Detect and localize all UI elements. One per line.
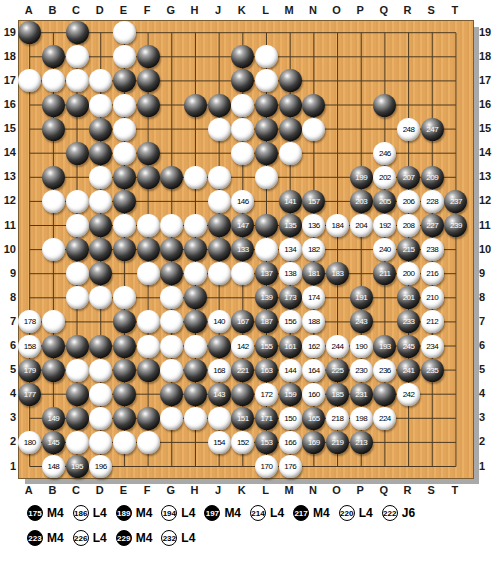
stone-black[interactable]: 169 — [302, 431, 325, 454]
stone-white[interactable] — [42, 190, 65, 213]
stone-black[interactable] — [160, 383, 183, 406]
stone-white[interactable]: 234 — [421, 335, 444, 358]
caption-white-disc: 194 — [161, 505, 177, 521]
stone-black[interactable] — [113, 359, 136, 382]
stone-white[interactable]: 178 — [18, 310, 41, 333]
stone-white[interactable] — [160, 407, 183, 430]
caption-white-disc: 222 — [382, 505, 398, 521]
stone-white[interactable] — [89, 383, 112, 406]
coord-label-left: 18 — [0, 50, 16, 62]
move-number: 238 — [421, 238, 444, 261]
stone-white[interactable] — [231, 94, 254, 117]
caption-point-label: J6 — [402, 506, 415, 520]
move-number: 135 — [279, 214, 302, 237]
move-number: 196 — [89, 455, 112, 478]
stone-white[interactable]: 190 — [350, 335, 373, 358]
stone-black[interactable] — [184, 383, 207, 406]
stone-black[interactable] — [255, 214, 278, 237]
stone-black[interactable] — [137, 407, 160, 430]
stone-white[interactable] — [137, 214, 160, 237]
coord-label-bottom: N — [301, 484, 325, 496]
stone-black[interactable]: 199 — [350, 166, 373, 189]
stone-white[interactable]: 216 — [421, 262, 444, 285]
stone-black[interactable] — [66, 238, 89, 261]
stone-white[interactable]: 202 — [373, 166, 396, 189]
stone-black[interactable]: 237 — [444, 190, 467, 213]
stone-black[interactable] — [113, 383, 136, 406]
stone-black[interactable]: 153 — [255, 431, 278, 454]
stone-black[interactable]: 185 — [326, 383, 349, 406]
stone-black[interactable] — [208, 214, 231, 237]
coord-label-top: J — [206, 4, 230, 16]
stone-black[interactable] — [66, 383, 89, 406]
stone-white[interactable]: 184 — [326, 214, 349, 237]
stone-black[interactable] — [113, 407, 136, 430]
stone-white[interactable]: 146 — [231, 190, 254, 213]
stone-white[interactable]: 172 — [255, 383, 278, 406]
stone-white[interactable] — [89, 190, 112, 213]
stone-white[interactable] — [66, 359, 89, 382]
stone-black[interactable] — [184, 359, 207, 382]
coord-label-right: 10 — [479, 243, 499, 255]
caption-move: 223M4 — [27, 530, 64, 546]
stone-black[interactable]: 139 — [255, 286, 278, 309]
stone-black[interactable] — [208, 238, 231, 261]
move-number: 199 — [350, 166, 373, 189]
stone-black[interactable]: 205 — [373, 190, 396, 213]
stone-white[interactable]: 210 — [421, 286, 444, 309]
stone-black[interactable] — [231, 383, 254, 406]
move-number: 244 — [326, 335, 349, 358]
stone-white[interactable] — [255, 238, 278, 261]
coord-label-bottom: F — [135, 484, 159, 496]
caption-black-disc: 175 — [27, 505, 43, 521]
stone-white[interactable]: 240 — [373, 238, 396, 261]
stone-white[interactable]: 192 — [373, 214, 396, 237]
move-number: 203 — [350, 190, 373, 213]
stone-white[interactable] — [113, 118, 136, 141]
move-number: 184 — [326, 214, 349, 237]
move-number: 180 — [18, 431, 41, 454]
stone-black[interactable]: 179 — [18, 359, 41, 382]
stone-black[interactable]: 235 — [421, 359, 444, 382]
move-number: 192 — [373, 214, 396, 237]
stone-black[interactable] — [113, 190, 136, 213]
stone-black[interactable]: 149 — [42, 407, 65, 430]
stone-white[interactable] — [89, 94, 112, 117]
stone-white[interactable]: 152 — [231, 431, 254, 454]
stone-black[interactable]: 225 — [326, 359, 349, 382]
move-number: 167 — [231, 310, 254, 333]
coord-label-right: 14 — [479, 146, 499, 158]
move-number: 162 — [302, 335, 325, 358]
move-number: 154 — [208, 431, 231, 454]
stone-black[interactable]: 187 — [255, 310, 278, 333]
move-number: 221 — [231, 359, 254, 382]
stone-black[interactable]: 183 — [326, 262, 349, 285]
stone-black[interactable] — [66, 407, 89, 430]
stone-white[interactable] — [137, 262, 160, 285]
move-number: 242 — [397, 383, 420, 406]
stone-black[interactable]: 155 — [255, 335, 278, 358]
stone-black[interactable] — [160, 166, 183, 189]
stone-black[interactable]: 133 — [231, 238, 254, 261]
move-number: 193 — [373, 335, 396, 358]
coord-label-right: 13 — [479, 170, 499, 182]
stone-white[interactable]: 140 — [208, 310, 231, 333]
stone-white[interactable] — [184, 214, 207, 237]
stone-white[interactable] — [279, 142, 302, 165]
move-number: 181 — [302, 262, 325, 285]
stone-white[interactable] — [184, 262, 207, 285]
stone-black[interactable] — [255, 94, 278, 117]
stone-white[interactable]: 236 — [373, 359, 396, 382]
stone-black[interactable] — [89, 118, 112, 141]
coord-label-right: 6 — [479, 339, 499, 351]
stone-white[interactable] — [231, 142, 254, 165]
stone-white[interactable] — [208, 118, 231, 141]
stone-white[interactable] — [208, 262, 231, 285]
stone-black[interactable] — [373, 383, 396, 406]
stone-black[interactable]: 203 — [350, 190, 373, 213]
stone-white[interactable]: 156 — [279, 310, 302, 333]
stone-black[interactable]: 181 — [302, 262, 325, 285]
stone-white[interactable]: 166 — [279, 431, 302, 454]
move-number: 170 — [255, 455, 278, 478]
caption-move: 229M4 — [116, 530, 153, 546]
stone-white[interactable]: 168 — [208, 359, 231, 382]
stone-white[interactable]: 176 — [279, 455, 302, 478]
stone-white[interactable]: 158 — [18, 335, 41, 358]
coord-label-left: 2 — [0, 435, 16, 447]
stone-black[interactable]: 147 — [231, 214, 254, 237]
stone-white[interactable] — [89, 166, 112, 189]
coord-label-top: G — [159, 4, 183, 16]
stone-white[interactable]: 242 — [397, 383, 420, 406]
stone-white[interactable]: 160 — [302, 383, 325, 406]
coord-label-top: T — [443, 4, 467, 16]
stone-black[interactable]: 201 — [397, 286, 420, 309]
stone-white[interactable]: 136 — [302, 214, 325, 237]
stone-white[interactable]: 228 — [421, 190, 444, 213]
move-number: 169 — [302, 431, 325, 454]
stone-white[interactable]: 212 — [421, 310, 444, 333]
stone-black[interactable]: 215 — [397, 238, 420, 261]
stone-white[interactable] — [208, 190, 231, 213]
stone-white[interactable] — [208, 407, 231, 430]
caption-move: 197M4 — [204, 505, 241, 521]
stone-white[interactable]: 238 — [421, 238, 444, 261]
stone-black[interactable]: 241 — [397, 359, 420, 382]
move-number: 137 — [255, 262, 278, 285]
stone-white[interactable]: 200 — [397, 262, 420, 285]
coord-label-right: 19 — [479, 26, 499, 38]
stone-black[interactable]: 233 — [397, 310, 420, 333]
caption-move: 214L4 — [250, 505, 284, 521]
move-number: 198 — [350, 407, 373, 430]
stone-white[interactable]: 138 — [279, 262, 302, 285]
stone-white[interactable] — [231, 118, 254, 141]
stone-black[interactable]: 193 — [373, 335, 396, 358]
stone-white[interactable] — [137, 431, 160, 454]
move-number: 235 — [421, 359, 444, 382]
stone-white[interactable]: 154 — [208, 431, 231, 454]
stone-white[interactable]: 144 — [279, 359, 302, 382]
stone-white[interactable] — [137, 310, 160, 333]
stone-black[interactable] — [208, 335, 231, 358]
stone-black[interactable] — [208, 94, 231, 117]
stone-white[interactable] — [66, 286, 89, 309]
stone-black[interactable]: 221 — [231, 359, 254, 382]
move-number: 218 — [326, 407, 349, 430]
stone-black[interactable] — [42, 359, 65, 382]
stone-white[interactable] — [113, 94, 136, 117]
coord-label-top: B — [40, 4, 64, 16]
stone-black[interactable]: 145 — [42, 431, 65, 454]
caption-black-disc: 217 — [293, 505, 309, 521]
stone-black[interactable]: 159 — [279, 383, 302, 406]
coord-label-bottom: S — [419, 484, 443, 496]
stone-white[interactable] — [113, 431, 136, 454]
stone-white[interactable] — [89, 359, 112, 382]
stone-white[interactable] — [89, 431, 112, 454]
move-number: 182 — [302, 238, 325, 261]
caption-white-disc: 226 — [73, 530, 89, 546]
stone-black[interactable] — [302, 94, 325, 117]
stone-black[interactable] — [113, 166, 136, 189]
stone-black[interactable] — [184, 238, 207, 261]
stone-white[interactable]: 230 — [350, 359, 373, 382]
coord-label-left: 12 — [0, 194, 16, 206]
stone-white[interactable] — [66, 262, 89, 285]
stone-black[interactable] — [113, 335, 136, 358]
stone-white[interactable]: 198 — [350, 407, 373, 430]
stone-black[interactable] — [279, 94, 302, 117]
stone-white[interactable]: 162 — [302, 335, 325, 358]
caption-point-label: M4 — [313, 506, 330, 520]
stone-black[interactable] — [279, 69, 302, 92]
stone-black[interactable] — [66, 94, 89, 117]
stone-black[interactable] — [42, 335, 65, 358]
stone-black[interactable]: 163 — [255, 359, 278, 382]
coord-label-left: 15 — [0, 122, 16, 134]
coord-label-left: 17 — [0, 74, 16, 86]
stone-black[interactable] — [42, 94, 65, 117]
stone-black[interactable] — [137, 45, 160, 68]
coord-label-bottom: C — [64, 484, 88, 496]
move-number: 155 — [255, 335, 278, 358]
stone-black[interactable] — [255, 118, 278, 141]
move-number: 243 — [350, 310, 373, 333]
stone-black[interactable]: 239 — [444, 214, 467, 237]
stone-black[interactable]: 173 — [279, 286, 302, 309]
stone-white[interactable]: 150 — [279, 407, 302, 430]
stone-black[interactable]: 219 — [326, 431, 349, 454]
stone-white[interactable] — [302, 118, 325, 141]
stone-black[interactable] — [137, 142, 160, 165]
stone-black[interactable]: 195 — [66, 455, 89, 478]
caption-move: 232L4 — [161, 530, 195, 546]
stone-black[interactable]: 209 — [421, 166, 444, 189]
stone-black[interactable]: 167 — [231, 310, 254, 333]
stone-black[interactable] — [89, 142, 112, 165]
stone-black[interactable]: 211 — [373, 262, 396, 285]
stone-black[interactable]: 207 — [397, 166, 420, 189]
coord-label-top: E — [111, 4, 135, 16]
move-number: 227 — [421, 214, 444, 237]
stone-black[interactable]: 177 — [18, 383, 41, 406]
stone-black[interactable] — [66, 21, 89, 44]
stone-black[interactable] — [184, 94, 207, 117]
move-number: 161 — [279, 335, 302, 358]
stone-white[interactable] — [184, 335, 207, 358]
coord-label-right: 15 — [479, 122, 499, 134]
stone-white[interactable]: 224 — [373, 407, 396, 430]
stone-white[interactable]: 182 — [302, 238, 325, 261]
move-number: 163 — [255, 359, 278, 382]
go-board[interactable]: 2482472461992022072091461411572032052062… — [18, 20, 474, 479]
coord-label-left: 1 — [0, 460, 16, 472]
move-number: 166 — [279, 431, 302, 454]
coord-label-left: 11 — [0, 219, 16, 231]
move-number: 159 — [279, 383, 302, 406]
stone-white[interactable]: 188 — [302, 310, 325, 333]
stone-white[interactable]: 148 — [42, 455, 65, 478]
stone-black[interactable] — [255, 142, 278, 165]
move-number: 236 — [373, 359, 396, 382]
caption-point-label: L4 — [181, 506, 195, 520]
stone-white[interactable] — [184, 166, 207, 189]
stone-white[interactable] — [113, 214, 136, 237]
stone-white[interactable]: 244 — [326, 335, 349, 358]
coord-label-left: 14 — [0, 146, 16, 158]
coord-label-left: 4 — [0, 387, 16, 399]
move-number: 140 — [208, 310, 231, 333]
move-number: 146 — [231, 190, 254, 213]
stone-white[interactable] — [184, 407, 207, 430]
stone-black[interactable]: 157 — [302, 190, 325, 213]
coord-label-left: 5 — [0, 363, 16, 375]
stone-white[interactable] — [66, 190, 89, 213]
stone-black[interactable] — [137, 166, 160, 189]
stone-black[interactable]: 135 — [279, 214, 302, 237]
stone-black[interactable] — [66, 142, 89, 165]
stone-white[interactable]: 218 — [326, 407, 349, 430]
stone-black[interactable] — [137, 69, 160, 92]
stone-black[interactable]: 245 — [397, 335, 420, 358]
caption-point-label: M4 — [136, 506, 153, 520]
stone-black[interactable] — [373, 94, 396, 117]
move-number: 171 — [255, 407, 278, 430]
stone-white[interactable]: 142 — [231, 335, 254, 358]
stone-black[interactable]: 151 — [231, 407, 254, 430]
stone-black[interactable] — [42, 118, 65, 141]
stone-white[interactable]: 134 — [279, 238, 302, 261]
stone-white[interactable] — [160, 359, 183, 382]
stone-black[interactable] — [137, 359, 160, 382]
stone-white[interactable]: 248 — [397, 118, 420, 141]
stone-black[interactable] — [89, 335, 112, 358]
stone-black[interactable]: 227 — [421, 214, 444, 237]
move-number: 179 — [18, 359, 41, 382]
move-number: 237 — [444, 190, 467, 213]
stone-white[interactable] — [208, 166, 231, 189]
stone-white[interactable] — [137, 335, 160, 358]
stone-black[interactable] — [279, 118, 302, 141]
move-number: 152 — [231, 431, 254, 454]
move-number: 190 — [350, 335, 373, 358]
move-number: 164 — [302, 359, 325, 382]
caption-black-disc: 229 — [116, 530, 132, 546]
stone-black[interactable] — [137, 94, 160, 117]
coord-label-right: 2 — [479, 435, 499, 447]
stone-white[interactable] — [42, 238, 65, 261]
stone-white[interactable]: 164 — [302, 359, 325, 382]
stone-black[interactable]: 247 — [421, 118, 444, 141]
coord-label-bottom: B — [40, 484, 64, 496]
coord-label-left: 6 — [0, 339, 16, 351]
stone-black[interactable] — [137, 238, 160, 261]
stone-black[interactable]: 161 — [279, 335, 302, 358]
stone-black[interactable]: 141 — [279, 190, 302, 213]
stone-white[interactable] — [113, 21, 136, 44]
stone-black[interactable] — [42, 166, 65, 189]
move-number: 201 — [397, 286, 420, 309]
stone-white[interactable]: 170 — [255, 455, 278, 478]
stone-black[interactable]: 191 — [350, 286, 373, 309]
move-number: 215 — [397, 238, 420, 261]
stone-white[interactable]: 246 — [373, 142, 396, 165]
move-number: 200 — [397, 262, 420, 285]
stone-black[interactable] — [66, 335, 89, 358]
stone-white[interactable] — [89, 407, 112, 430]
stone-white[interactable] — [66, 214, 89, 237]
stone-white[interactable]: 196 — [89, 455, 112, 478]
stone-black[interactable]: 165 — [302, 407, 325, 430]
move-number: 231 — [350, 383, 373, 406]
move-number: 230 — [350, 359, 373, 382]
caption-black-disc: 197 — [204, 505, 220, 521]
caption-point-label: M4 — [224, 506, 241, 520]
move-number: 176 — [279, 455, 302, 478]
stone-white[interactable] — [66, 69, 89, 92]
stone-black[interactable]: 137 — [255, 262, 278, 285]
stone-black[interactable] — [113, 238, 136, 261]
stone-white[interactable] — [255, 166, 278, 189]
stone-black[interactable]: 213 — [350, 431, 373, 454]
stone-black[interactable]: 143 — [208, 383, 231, 406]
stone-black[interactable]: 171 — [255, 407, 278, 430]
coord-label-right: 3 — [479, 411, 499, 423]
stone-white[interactable] — [66, 431, 89, 454]
coord-label-right: 5 — [479, 363, 499, 375]
stone-white[interactable]: 174 — [302, 286, 325, 309]
stone-white[interactable]: 206 — [397, 190, 420, 213]
stone-white[interactable]: 204 — [350, 214, 373, 237]
coord-label-top: D — [88, 4, 112, 16]
stone-white[interactable]: 180 — [18, 431, 41, 454]
move-number: 187 — [255, 310, 278, 333]
coord-label-bottom: D — [88, 484, 112, 496]
stone-black[interactable]: 231 — [350, 383, 373, 406]
move-number: 216 — [421, 262, 444, 285]
stone-white[interactable] — [113, 142, 136, 165]
stone-white[interactable] — [66, 45, 89, 68]
stone-black[interactable]: 243 — [350, 310, 373, 333]
caption-move: 194L4 — [161, 505, 195, 521]
stone-white[interactable] — [160, 335, 183, 358]
stone-white[interactable]: 208 — [397, 214, 420, 237]
